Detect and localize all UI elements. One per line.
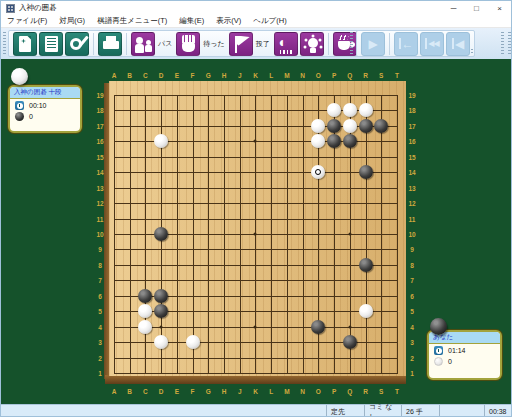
col-label-top: M xyxy=(284,72,289,79)
captured-white-stone-icon xyxy=(434,357,443,366)
col-label-bottom: M xyxy=(284,388,289,395)
col-label-bottom: D xyxy=(159,388,164,395)
row-label-right: 16 xyxy=(408,138,415,145)
close-button[interactable]: × xyxy=(488,1,511,15)
play-button[interactable]: ▶ xyxy=(361,32,385,56)
col-label-top: N xyxy=(300,72,305,79)
hint-button[interactable] xyxy=(300,32,324,56)
col-label-bottom: F xyxy=(191,388,195,395)
col-label-top: F xyxy=(191,72,195,79)
printer-icon xyxy=(106,36,116,41)
col-label-top: C xyxy=(143,72,148,79)
to-start-icon: ← xyxy=(399,38,414,50)
row-label-right: 19 xyxy=(408,92,415,99)
status-komi: コミ なし xyxy=(364,405,401,417)
row-label-left: 11 xyxy=(97,215,104,222)
col-label-bottom: B xyxy=(127,388,132,395)
toolbar: パス 待った 投了 ◐ xyxy=(1,28,511,59)
menu-game[interactable]: 対局(G) xyxy=(53,16,91,26)
menu-bar: ファイル(F) 対局(G) 棋譜再生メニュー(T) 編集(E) 表示(V) ヘル… xyxy=(1,15,511,28)
step-back-icon: ◀ xyxy=(452,38,464,50)
col-label-bottom: K xyxy=(253,388,258,395)
white-player-stone xyxy=(11,68,28,85)
toolbar-gripper-4[interactable] xyxy=(508,32,511,55)
col-label-bottom: L xyxy=(269,388,273,395)
row-label-right: 5 xyxy=(410,308,414,315)
back-many-button[interactable]: ◀◀ xyxy=(420,32,444,56)
col-label-top: K xyxy=(253,72,258,79)
col-label-top: L xyxy=(269,72,273,79)
status-spacer xyxy=(1,405,326,417)
white-player-time: 00:10 xyxy=(29,102,47,109)
toolbar-main-group: パス 待った 投了 ◐ xyxy=(8,30,362,57)
captured-black-stone-icon xyxy=(15,112,24,121)
row-label-right: 1 xyxy=(410,369,414,376)
row-label-left: 8 xyxy=(98,261,102,268)
col-label-top: E xyxy=(175,72,179,79)
row-label-left: 14 xyxy=(96,169,103,176)
break-button[interactable] xyxy=(333,32,357,56)
row-label-left: 1 xyxy=(98,369,102,376)
col-label-top: S xyxy=(379,72,383,79)
row-label-right: 9 xyxy=(410,246,414,253)
toolbar-playback-group: ▶ ← ◀◀ ◀ xyxy=(356,30,475,57)
row-label-right: 14 xyxy=(408,169,415,176)
white-player-name: 入神の囲碁 十段 xyxy=(14,88,61,97)
row-label-left: 9 xyxy=(98,246,102,253)
col-label-bottom: T xyxy=(395,388,399,395)
row-label-right: 11 xyxy=(409,215,416,222)
territory-count-icon: ◐ xyxy=(279,35,287,49)
record-sheet-icon xyxy=(45,36,58,52)
undo-label: 待った xyxy=(203,39,224,49)
resign-label: 投了 xyxy=(256,39,270,49)
col-label-top: Q xyxy=(347,72,352,79)
pass-button[interactable] xyxy=(131,32,155,56)
menu-view[interactable]: 表示(V) xyxy=(210,16,247,26)
col-label-bottom: O xyxy=(316,388,321,395)
black-player-captures: 0 xyxy=(448,358,452,365)
col-label-top: O xyxy=(316,72,321,79)
save-button[interactable] xyxy=(65,32,89,56)
play-icon: ▶ xyxy=(368,38,377,50)
col-label-bottom: A xyxy=(112,388,117,395)
col-label-top: J xyxy=(238,72,242,79)
toolbar-gripper-2[interactable] xyxy=(350,32,353,55)
back-one-button[interactable]: ◀ xyxy=(446,32,470,56)
row-label-left: 7 xyxy=(98,277,102,284)
row-label-right: 2 xyxy=(410,354,414,361)
col-label-top: T xyxy=(395,72,399,79)
print-button[interactable] xyxy=(98,32,122,56)
row-label-right: 8 xyxy=(410,261,414,268)
col-label-bottom: S xyxy=(379,388,383,395)
row-label-left: 2 xyxy=(98,354,102,361)
row-label-left: 3 xyxy=(98,339,102,346)
row-label-left: 16 xyxy=(96,138,103,145)
new-game-button[interactable] xyxy=(13,32,37,56)
row-label-left: 6 xyxy=(98,292,102,299)
row-label-left: 4 xyxy=(98,323,102,330)
row-label-left: 15 xyxy=(96,153,103,160)
row-label-right: 15 xyxy=(408,153,415,160)
pass-label: パス xyxy=(158,39,172,49)
menu-replay[interactable]: 棋譜再生メニュー(T) xyxy=(91,16,173,26)
clock-icon xyxy=(434,346,443,355)
title-bar: 入神の囲碁 ─ □ × xyxy=(1,1,511,15)
toolbar-gripper-3[interactable] xyxy=(501,32,504,55)
row-label-left: 5 xyxy=(98,308,102,315)
black-player-panel: あなた 01:14 0 xyxy=(427,330,502,380)
window-title: 入神の囲碁 xyxy=(19,3,57,13)
col-label-top: R xyxy=(363,72,368,79)
coffee-cup-icon xyxy=(339,35,349,40)
status-bar: 定先 コミ なし 26 手 00:38 xyxy=(1,404,511,417)
toolbar-overflow-dots-2 xyxy=(471,49,473,55)
minimize-button[interactable]: ─ xyxy=(442,1,465,15)
row-label-right: 17 xyxy=(408,122,415,129)
black-player-stone xyxy=(430,318,447,335)
status-handicap: 定先 xyxy=(326,405,364,417)
row-label-right: 6 xyxy=(410,292,414,299)
col-label-bottom: C xyxy=(143,388,148,395)
col-label-bottom: P xyxy=(332,388,336,395)
col-label-bottom: G xyxy=(206,388,211,395)
row-label-left: 17 xyxy=(96,122,103,129)
row-label-right: 7 xyxy=(410,277,414,284)
count-button[interactable]: ◐ xyxy=(274,32,298,56)
white-player-panel: 入神の囲碁 十段 00:10 0 xyxy=(8,85,82,133)
app-icon xyxy=(6,4,15,13)
col-label-bottom: J xyxy=(238,388,242,395)
col-label-bottom: Q xyxy=(347,388,352,395)
app-window: 入神の囲碁 ─ □ × ファイル(F) 対局(G) 棋譜再生メニュー(T) 編集… xyxy=(0,0,512,417)
go-to-start-button[interactable]: ← xyxy=(394,32,418,56)
col-label-bottom: R xyxy=(363,388,368,395)
new-document-icon xyxy=(19,36,31,52)
flag-icon xyxy=(235,36,237,53)
menu-file[interactable]: ファイル(F) xyxy=(1,16,53,26)
col-label-top: B xyxy=(127,72,132,79)
row-label-right: 10 xyxy=(408,230,415,237)
row-label-left: 13 xyxy=(96,184,103,191)
col-label-bottom: H xyxy=(222,388,227,395)
col-label-top: H xyxy=(222,72,227,79)
row-label-right: 13 xyxy=(408,184,415,191)
lightbulb-icon xyxy=(308,38,318,48)
row-label-left: 18 xyxy=(96,107,103,114)
status-move-count: 26 手 xyxy=(401,405,439,417)
menu-edit[interactable]: 編集(E) xyxy=(173,16,210,26)
board-bottom-bevel xyxy=(105,375,406,384)
col-label-top: P xyxy=(332,72,336,79)
white-player-captures: 0 xyxy=(29,113,33,120)
open-record-button[interactable] xyxy=(39,32,63,56)
row-label-right: 4 xyxy=(410,323,414,330)
row-label-right: 18 xyxy=(408,107,415,114)
col-label-bottom: N xyxy=(300,388,305,395)
row-label-left: 12 xyxy=(96,200,103,207)
rewind-icon: ◀◀ xyxy=(425,38,438,49)
row-label-right: 12 xyxy=(408,200,415,207)
col-label-top: G xyxy=(206,72,211,79)
status-clock: 00:38 xyxy=(484,405,511,417)
resign-button[interactable] xyxy=(229,32,253,56)
pass-people-icon xyxy=(136,37,143,44)
toolbar-gripper[interactable] xyxy=(3,32,6,55)
clock-icon xyxy=(15,101,24,110)
maximize-button[interactable]: □ xyxy=(465,1,488,15)
col-label-top: D xyxy=(159,72,164,79)
black-player-time: 01:14 xyxy=(448,347,466,354)
row-label-left: 19 xyxy=(96,92,103,99)
menu-help[interactable]: ヘルプ(H) xyxy=(247,16,292,26)
undo-button[interactable] xyxy=(176,32,200,56)
row-label-left: 10 xyxy=(96,230,103,237)
col-label-bottom: E xyxy=(175,388,179,395)
board-grid[interactable] xyxy=(114,95,398,374)
col-label-top: A xyxy=(112,72,117,79)
row-label-right: 3 xyxy=(410,339,414,346)
status-empty-cell xyxy=(439,405,484,417)
